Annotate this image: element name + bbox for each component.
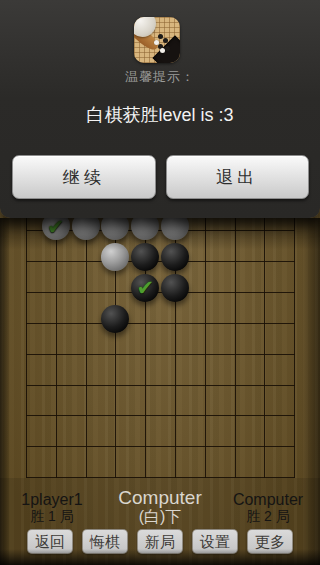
player-status-right: Computer 胜 2 局 — [222, 491, 314, 524]
grid-line-vertical — [86, 216, 87, 478]
grid-line-vertical — [56, 216, 57, 478]
icon-black-stone — [163, 38, 168, 43]
grid-line-horizontal — [26, 261, 295, 262]
last-move-check-icon: ✔ — [131, 274, 159, 302]
stone-black — [131, 243, 159, 271]
player-name: Computer — [222, 491, 314, 508]
grid-line-vertical — [235, 216, 236, 478]
app-icon — [134, 17, 180, 63]
bottom-fade — [0, 549, 320, 565]
grid-line-horizontal — [26, 385, 295, 386]
dialog-title: 温馨提示： — [0, 68, 320, 86]
grid-line-horizontal — [26, 292, 295, 293]
grid-line-horizontal — [26, 354, 295, 355]
dialog-buttons: 继续 退出 — [12, 155, 309, 199]
stone-black — [161, 243, 189, 271]
grid-line-vertical — [26, 216, 27, 478]
stone-black — [101, 305, 129, 333]
grid-line-vertical — [205, 216, 206, 478]
grid-line-vertical — [294, 216, 295, 478]
icon-white-stone — [154, 40, 159, 45]
continue-button[interactable]: 继续 — [12, 155, 156, 199]
icon-white-stone — [160, 48, 165, 53]
stone-black — [161, 274, 189, 302]
dialog-message: 白棋获胜level is :3 — [0, 103, 320, 127]
bottom-panel: 1player1 胜 1 局 Computer (白)下 Computer 胜 … — [0, 478, 320, 565]
exit-button[interactable]: 退出 — [166, 155, 310, 199]
grid-line-horizontal — [26, 415, 295, 416]
grid-line-horizontal — [26, 323, 295, 324]
icon-black-stone — [165, 46, 170, 51]
stone-black: ✔ — [131, 274, 159, 302]
app-screen: ✔✔ 1player1 胜 1 局 Computer (白)下 Computer… — [0, 0, 320, 565]
grid-line-horizontal — [26, 446, 295, 447]
grid-line-vertical — [264, 216, 265, 478]
result-dialog: 温馨提示： 白棋获胜level is :3 继续 退出 — [0, 0, 320, 218]
stone-white — [101, 243, 129, 271]
player-score: 胜 2 局 — [222, 508, 314, 524]
icon-black-stone — [158, 34, 163, 39]
